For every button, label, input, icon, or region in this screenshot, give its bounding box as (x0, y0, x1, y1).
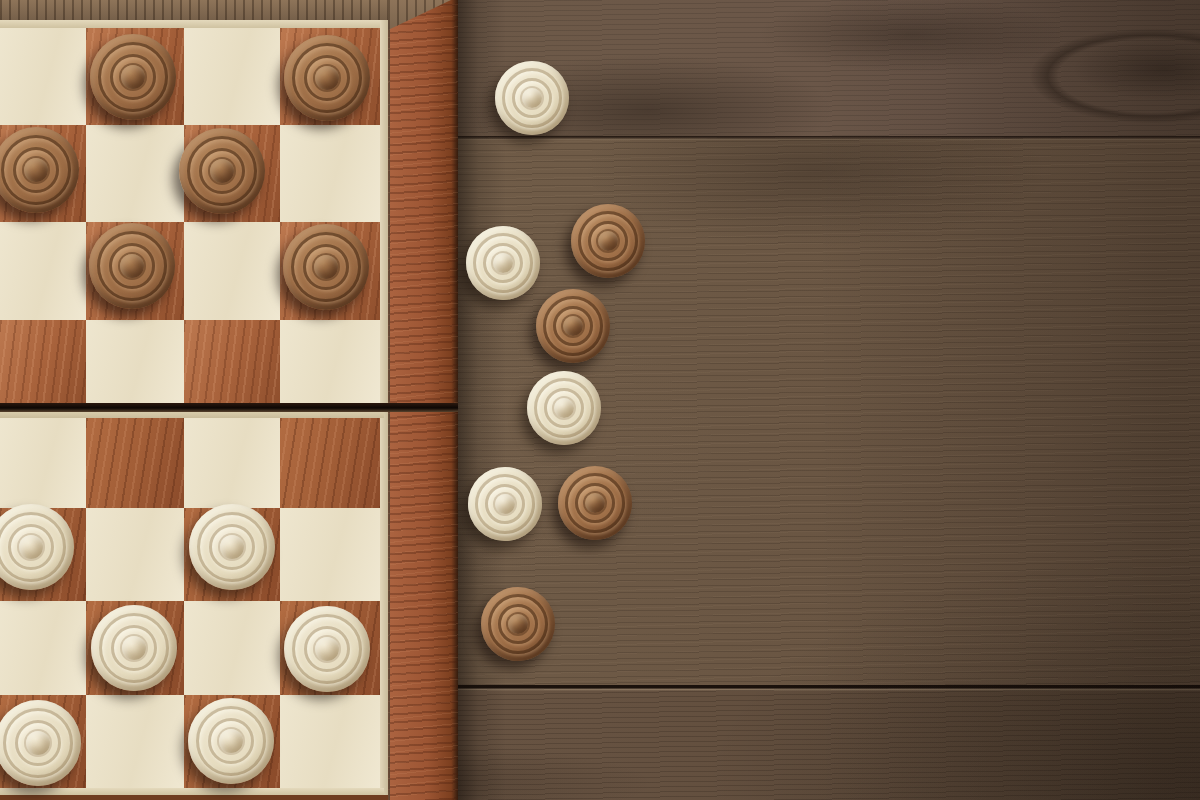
checker-piece-brown[interactable] (481, 587, 555, 661)
checker-piece-cream[interactable] (495, 61, 569, 135)
checker-piece-cream[interactable] (466, 226, 540, 300)
checker-piece-brown[interactable] (571, 204, 645, 278)
checker-piece-cream[interactable] (527, 371, 601, 445)
checker-piece-brown[interactable] (558, 466, 632, 540)
tabletop-scene (0, 0, 1200, 800)
checker-piece-cream[interactable] (468, 467, 542, 541)
checker-piece-brown[interactable] (536, 289, 610, 363)
captured-pieces-area (0, 0, 1200, 800)
